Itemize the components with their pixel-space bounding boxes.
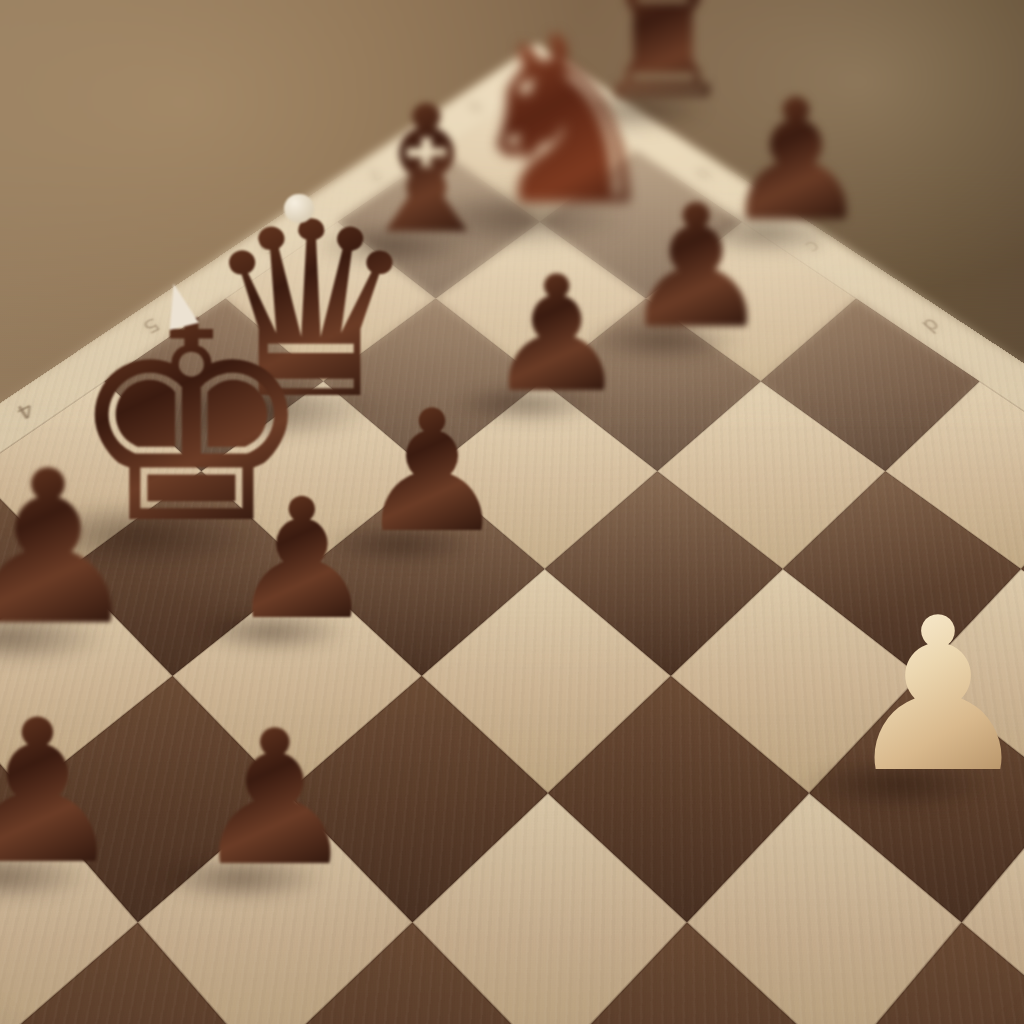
chess-piece-dark-pawn-b3[interactable]: ♟ [0,694,107,892]
chess-piece-dark-pawn-a4[interactable]: ♟ [0,443,123,655]
piece-glyph: ♟ [357,388,491,556]
chess-piece-dark-pawn-c7[interactable]: ♟ [620,182,756,352]
piece-glyph: ♟ [228,477,361,643]
queen-finial-ball [284,194,313,223]
piece-glyph: ♟ [620,182,756,352]
piece-glyph: ♟ [843,590,1013,802]
chess-piece-dark-pawn-c4[interactable]: ♟ [228,477,361,643]
piece-glyph: ♟ [0,694,107,892]
pieces-layer: ♜♞♟♟♝♟♛♟♚♟♟♟♟♟ [0,0,1024,1024]
chess-piece-dark-pawn-c5[interactable]: ♟ [357,388,491,556]
chess-piece-light-pawn-f6[interactable]: ♟ [843,590,1013,802]
chess-photo-scene: abcdefgh87654321 ♜♞♟♟♝♟♛♟♚♟♟♟♟♟ [0,0,1024,1024]
piece-glyph: ♟ [0,443,123,655]
chess-piece-dark-pawn-c2[interactable]: ♟ [192,706,341,892]
piece-glyph: ♟ [192,706,341,892]
